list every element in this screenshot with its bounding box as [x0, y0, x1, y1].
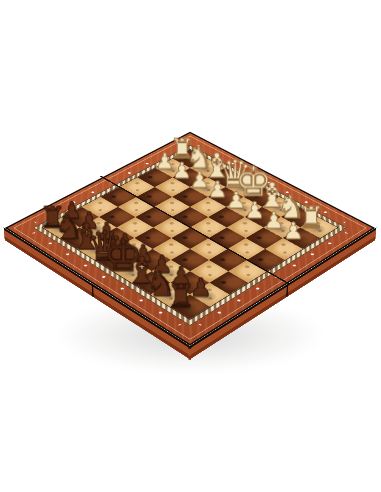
product-photo-canvas: ♜♞♝♛♚♝♞♜♟♟♟♟♟♟♟♟♟♟♟♟♟♟♟♟♜♞♝♛♚♝♞♜: [0, 0, 381, 492]
chess-set-scene: ♜♞♝♛♚♝♞♜♟♟♟♟♟♟♟♟♟♟♟♟♟♟♟♟♜♞♝♛♚♝♞♜: [0, 0, 381, 492]
square-d4: [172, 207, 208, 228]
